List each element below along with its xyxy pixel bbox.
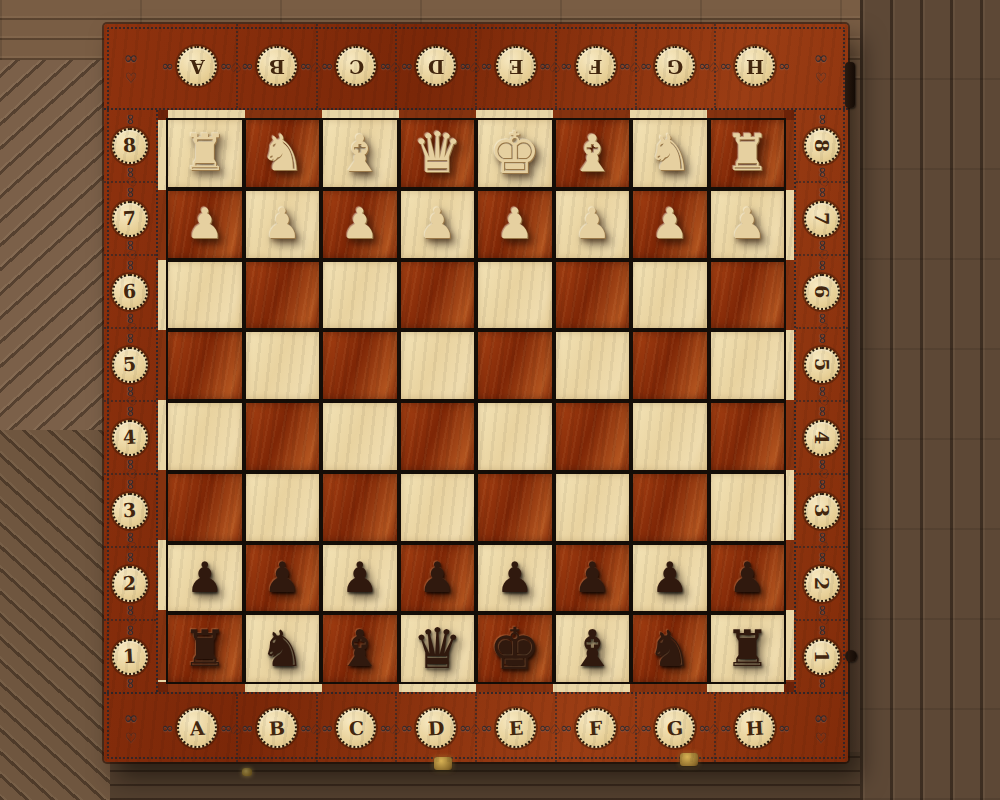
square-g8[interactable]: ♞ (633, 120, 707, 187)
square-e6[interactable] (478, 262, 552, 329)
square-b5[interactable] (246, 332, 320, 399)
square-f7[interactable]: ♟ (556, 191, 630, 258)
piece-black-pawn[interactable]: ♟ (418, 557, 456, 599)
rank-right-label: 1 (812, 650, 831, 663)
piece-black-pawn[interactable]: ♟ (728, 557, 766, 599)
rank-right-label-cell-2: ∞2∞♡ (796, 546, 848, 619)
wire-heart-ornament: ♡ (815, 731, 828, 745)
square-e7[interactable]: ♟ (478, 191, 552, 258)
corner-ornament-top-right: ∞♡ (794, 24, 848, 110)
rank-right-label: 7 (812, 212, 831, 225)
wire-heart-ornament: ♡ (124, 249, 137, 261)
file-top-label-cell-d: ∞D∞♡ (395, 24, 475, 108)
piece-white-pawn[interactable]: ♟ (573, 203, 611, 245)
square-h3[interactable] (711, 474, 785, 541)
square-a1[interactable]: ♜ (168, 615, 242, 682)
rank-left-label: 3 (123, 501, 137, 521)
rank-left-label: 8 (123, 136, 137, 156)
playing-field: ♜♞♝♛♚♝♞♜♟♟♟♟♟♟♟♟♟♟♟♟♟♟♟♟♜♞♝♛♚♝♞♜ (168, 120, 784, 682)
wire-scroll-ornament: ∞ (123, 478, 138, 491)
wire-heart-ornament: ♡ (310, 60, 322, 73)
square-g4[interactable] (633, 403, 707, 470)
file-bottom-label-cell-a: ∞A∞ (158, 694, 236, 762)
file-top-medallion: H (735, 46, 775, 86)
wire-scroll-ornament: ∞ (241, 721, 254, 736)
file-bottom-label: H (746, 718, 765, 738)
square-d7[interactable]: ♟ (401, 191, 475, 258)
square-c7[interactable]: ♟ (323, 191, 397, 258)
piece-white-pawn[interactable]: ♟ (186, 203, 224, 245)
field-gutter-right (784, 120, 794, 682)
square-h1[interactable]: ♜ (711, 615, 785, 682)
wire-scroll-ornament: ∞ (124, 49, 139, 67)
rank-left-medallion: 7 (112, 201, 148, 237)
rank-left-label: 6 (123, 282, 137, 302)
wire-heart-ornament: ♡ (124, 541, 137, 553)
file-top-medallion: E (496, 46, 536, 86)
rank-left-label-cell-3: ∞3∞♡ (104, 473, 156, 546)
square-d3[interactable] (401, 474, 475, 541)
piece-white-knight[interactable]: ♞ (647, 128, 692, 178)
hinge (845, 62, 855, 108)
square-e8[interactable]: ♚ (478, 120, 552, 187)
file-top-label-cell-f: ∞F∞♡ (555, 24, 635, 108)
piece-white-pawn[interactable]: ♟ (651, 203, 689, 245)
file-top-label: D (428, 57, 444, 76)
square-d5[interactable] (401, 332, 475, 399)
wire-scroll-ornament: ∞ (161, 721, 174, 736)
file-top-label: G (667, 57, 683, 76)
file-top-label: E (509, 57, 523, 76)
wire-heart-ornament: ♡ (124, 468, 137, 480)
piece-black-rook[interactable]: ♜ (182, 624, 227, 674)
wire-heart-ornament: ♡ (124, 322, 137, 334)
wire-scroll-ornament: ∞ (815, 624, 830, 637)
wire-scroll-ornament: ∞ (815, 113, 830, 126)
piece-white-rook[interactable]: ♜ (725, 128, 770, 178)
square-c1[interactable]: ♝ (323, 615, 397, 682)
wire-scroll-ornament: ∞ (815, 551, 830, 564)
piece-black-king[interactable]: ♚ (489, 620, 541, 678)
rank-left-label: 4 (123, 428, 137, 448)
square-c5[interactable] (323, 332, 397, 399)
wire-heart-ornament: ♡ (124, 395, 137, 407)
piece-black-pawn[interactable]: ♟ (496, 557, 534, 599)
rank-right-medallion: 7 (804, 201, 840, 237)
rank-left-label-cell-8: ∞8∞ (104, 110, 156, 181)
file-bottom-label: G (667, 718, 684, 738)
file-top-label: A (190, 57, 205, 76)
wire-heart-ornament: ♡ (816, 176, 829, 188)
file-top-medallion: A (177, 46, 217, 86)
rank-left-label: 7 (123, 209, 137, 229)
file-bottom-label: D (427, 718, 444, 738)
square-e2[interactable]: ♟ (478, 545, 552, 612)
field-gutter-left (158, 120, 168, 682)
brass-clasp (680, 753, 698, 766)
rank-right-label: 3 (812, 504, 831, 517)
square-a5[interactable] (168, 332, 242, 399)
square-b4[interactable] (246, 403, 320, 470)
square-c2[interactable]: ♟ (323, 545, 397, 612)
wire-scroll-ornament: ∞ (123, 677, 138, 690)
wire-scroll-ornament: ∞ (814, 709, 829, 727)
square-g2[interactable]: ♟ (633, 545, 707, 612)
wire-heart-ornament: ♡ (469, 60, 481, 73)
piece-black-pawn[interactable]: ♟ (573, 557, 611, 599)
wire-heart-ornament: ♡ (124, 176, 137, 188)
piece-white-pawn[interactable]: ♟ (418, 203, 456, 245)
rank-right-label-cell-1: ∞1∞♡ (796, 619, 848, 692)
wire-heart-ornament: ♡ (230, 60, 242, 73)
wire-heart-ornament: ♡ (310, 722, 322, 735)
corner-ornament-bottom-right: ∞♡ (794, 692, 848, 762)
corner-ornament-bottom-left: ∞♡ (104, 692, 158, 762)
file-top-label-cell-a: ∞A∞ (158, 24, 236, 108)
file-top-medallion: G (655, 46, 695, 86)
square-g1[interactable]: ♞ (633, 615, 707, 682)
wire-heart-ornament: ♡ (629, 722, 641, 735)
wire-scroll-ornament: ∞ (123, 551, 138, 564)
piece-black-pawn[interactable]: ♟ (263, 557, 301, 599)
square-f1[interactable]: ♝ (556, 615, 630, 682)
square-h5[interactable] (711, 332, 785, 399)
file-bottom-label: C (348, 718, 364, 738)
wire-heart-ornament: ♡ (549, 722, 561, 735)
piece-black-bishop[interactable]: ♝ (337, 623, 383, 674)
square-h4[interactable] (711, 403, 785, 470)
piece-white-pawn[interactable]: ♟ (496, 203, 534, 245)
file-top-label: H (746, 57, 764, 76)
wire-scroll-ornament: ∞ (321, 59, 334, 74)
file-bottom-label-cell-g: ∞G∞♡ (635, 694, 715, 762)
file-top-medallion: D (416, 46, 456, 86)
wire-scroll-ornament: ∞ (640, 59, 653, 74)
square-e3[interactable] (478, 474, 552, 541)
rank-right-label: 4 (812, 431, 831, 444)
wire-scroll-ornament: ∞ (560, 59, 573, 74)
rank-right-medallion: 5 (804, 347, 840, 383)
piece-white-bishop[interactable]: ♝ (569, 128, 615, 179)
file-top-label: B (269, 57, 285, 76)
wire-scroll-ornament: ∞ (123, 186, 138, 199)
wire-heart-ornament: ♡ (230, 722, 242, 735)
wire-scroll-ornament: ∞ (815, 332, 830, 345)
wire-heart-ornament: ♡ (816, 322, 829, 334)
piece-black-queen[interactable]: ♛ (412, 621, 462, 677)
file-bottom-medallion: A (177, 708, 217, 748)
rank-left-medallion: 4 (112, 420, 148, 456)
square-c6[interactable] (323, 262, 397, 329)
square-g3[interactable] (633, 474, 707, 541)
wire-scroll-ornament: ∞ (241, 59, 254, 74)
file-bottom-label: E (508, 718, 523, 738)
file-top-label-cell-g: ∞G∞♡ (635, 24, 715, 108)
square-c4[interactable] (323, 403, 397, 470)
wire-heart-ornament: ♡ (816, 541, 829, 553)
rank-right-medallion: 4 (804, 420, 840, 456)
rank-right-medallion: 1 (804, 639, 840, 675)
file-top-medallion: F (576, 46, 616, 86)
square-f3[interactable] (556, 474, 630, 541)
rank-left-label: 1 (123, 647, 137, 667)
wire-scroll-ornament: ∞ (161, 59, 174, 74)
square-c3[interactable] (323, 474, 397, 541)
rank-left-label-cell-7: ∞7∞♡ (104, 181, 156, 254)
wire-scroll-ornament: ∞ (123, 332, 138, 345)
wire-heart-ornament: ♡ (125, 71, 138, 85)
file-bottom-label: B (268, 718, 285, 738)
wire-scroll-ornament: ∞ (778, 59, 791, 74)
wire-scroll-ornament: ∞ (720, 59, 733, 74)
file-bottom-label-cell-e: ∞E∞♡ (475, 694, 555, 762)
file-bottom-label-cell-b: ∞B∞♡ (236, 694, 316, 762)
square-c8[interactable]: ♝ (323, 120, 397, 187)
wire-scroll-ornament: ∞ (814, 49, 829, 67)
file-top-label-cell-b: ∞B∞♡ (236, 24, 316, 108)
square-a8[interactable]: ♜ (168, 120, 242, 187)
square-g5[interactable] (633, 332, 707, 399)
square-b3[interactable] (246, 474, 320, 541)
wire-scroll-ornament: ∞ (123, 259, 138, 272)
piece-black-knight[interactable]: ♞ (647, 624, 692, 674)
wire-scroll-ornament: ∞ (815, 186, 830, 199)
corner-ornament-top-left: ∞♡ (104, 24, 158, 110)
square-d6[interactable] (401, 262, 475, 329)
piece-black-pawn[interactable]: ♟ (651, 557, 689, 599)
file-top-label-cell-c: ∞C∞♡ (316, 24, 396, 108)
rank-right-label: 5 (812, 358, 831, 371)
piece-white-knight[interactable]: ♞ (260, 128, 305, 178)
square-b1[interactable]: ♞ (246, 615, 320, 682)
wire-scroll-ornament: ∞ (124, 709, 139, 727)
file-bottom-medallion: G (655, 708, 695, 748)
square-f4[interactable] (556, 403, 630, 470)
rank-right-label: 2 (812, 577, 831, 590)
wire-scroll-ornament: ∞ (480, 59, 493, 74)
hinge-knob (845, 650, 857, 662)
square-h7[interactable]: ♟ (711, 191, 785, 258)
square-h2[interactable]: ♟ (711, 545, 785, 612)
playing-field-wrap: ♜♞♝♛♚♝♞♜♟♟♟♟♟♟♟♟♟♟♟♟♟♟♟♟♜♞♝♛♚♝♞♜ (158, 110, 794, 692)
file-bottom-medallion: F (576, 708, 616, 748)
wire-scroll-ornament: ∞ (401, 721, 414, 736)
piece-white-queen[interactable]: ♛ (412, 125, 462, 181)
rank-right-label-cell-6: ∞6∞♡ (796, 254, 848, 327)
rank-right-label: 6 (812, 285, 831, 298)
file-bottom-medallion: B (257, 708, 297, 748)
rank-left-label-cell-4: ∞4∞♡ (104, 400, 156, 473)
square-a3[interactable] (168, 474, 242, 541)
piece-black-knight[interactable]: ♞ (260, 624, 305, 674)
wire-scroll-ornament: ∞ (321, 721, 334, 736)
square-g7[interactable]: ♟ (633, 191, 707, 258)
wire-heart-ornament: ♡ (816, 249, 829, 261)
wire-heart-ornament: ♡ (389, 60, 401, 73)
rank-left-medallion: 3 (112, 493, 148, 529)
file-bottom-label-cell-f: ∞F∞♡ (555, 694, 635, 762)
square-f6[interactable] (556, 262, 630, 329)
piece-black-rook[interactable]: ♜ (725, 624, 770, 674)
square-a6[interactable] (168, 262, 242, 329)
wire-heart-ornament: ♡ (816, 395, 829, 407)
file-top-label-cell-h: ∞H∞♡ (714, 24, 794, 108)
square-b6[interactable] (246, 262, 320, 329)
file-bottom-medallion: E (496, 708, 536, 748)
square-e1[interactable]: ♚ (478, 615, 552, 682)
square-f5[interactable] (556, 332, 630, 399)
rank-right-label-cell-3: ∞3∞♡ (796, 473, 848, 546)
file-bottom-medallion: H (735, 708, 775, 748)
wire-scroll-ornament: ∞ (480, 721, 493, 736)
field-gutter-top (168, 110, 784, 120)
file-bottom-label-cell-h: ∞H∞♡ (714, 694, 794, 762)
rank-right-medallion: 3 (804, 493, 840, 529)
file-top-medallion: B (257, 46, 297, 86)
piece-black-pawn[interactable]: ♟ (186, 557, 224, 599)
square-a4[interactable] (168, 403, 242, 470)
wire-scroll-ornament: ∞ (123, 405, 138, 418)
square-b8[interactable]: ♞ (246, 120, 320, 187)
gold-fleck (242, 768, 252, 776)
rank-right-label-cell-7: ∞7∞♡ (796, 181, 848, 254)
wire-heart-ornament: ♡ (629, 60, 641, 73)
frame-band-bottom-files: ∞A∞∞B∞♡∞C∞♡∞D∞♡∞E∞♡∞F∞♡∞G∞♡∞H∞♡ (104, 692, 848, 762)
square-e5[interactable] (478, 332, 552, 399)
rank-right-label-cell-8: ∞8∞ (796, 110, 848, 181)
piece-white-king[interactable]: ♚ (489, 124, 541, 182)
file-top-label-cell-e: ∞E∞♡ (475, 24, 555, 108)
square-d4[interactable] (401, 403, 475, 470)
wire-scroll-ornament: ∞ (401, 59, 414, 74)
file-bottom-label: A (189, 718, 205, 738)
rank-right-label-cell-4: ∞4∞♡ (796, 400, 848, 473)
rank-left-medallion: 1 (112, 639, 148, 675)
field-gutter-bottom (168, 682, 784, 692)
piece-white-pawn[interactable]: ♟ (728, 203, 766, 245)
wire-scroll-ornament: ∞ (640, 721, 653, 736)
wire-scroll-ornament: ∞ (123, 624, 138, 637)
rank-left-medallion: 6 (112, 274, 148, 310)
wire-scroll-ornament: ∞ (560, 721, 573, 736)
square-d2[interactable]: ♟ (401, 545, 475, 612)
frame-band-left-ranks: ∞8∞∞7∞♡∞6∞♡∞5∞♡∞4∞♡∞3∞♡∞2∞♡∞1∞♡ (104, 110, 158, 692)
wire-scroll-ornament: ∞ (123, 113, 138, 126)
rank-right-medallion: 8 (804, 128, 840, 164)
wire-heart-ornament: ♡ (816, 614, 829, 626)
chess-board: ∞A∞∞B∞♡∞C∞♡∞D∞♡∞E∞♡∞F∞♡∞G∞♡∞H∞♡ ∞A∞∞B∞♡∞… (104, 24, 848, 762)
square-h6[interactable] (711, 262, 785, 329)
wire-heart-ornament: ♡ (708, 60, 720, 73)
rank-left-medallion: 8 (112, 128, 148, 164)
square-b7[interactable]: ♟ (246, 191, 320, 258)
square-e4[interactable] (478, 403, 552, 470)
wire-heart-ornament: ♡ (708, 722, 720, 735)
rank-right-label-cell-5: ∞5∞♡ (796, 327, 848, 400)
rank-right-label: 8 (812, 139, 831, 152)
rank-left-label-cell-2: ∞2∞♡ (104, 546, 156, 619)
file-top-label: C (349, 57, 364, 76)
piece-white-pawn[interactable]: ♟ (341, 203, 379, 245)
wire-scroll-ornament: ∞ (778, 721, 791, 736)
rank-left-medallion: 5 (112, 347, 148, 383)
rank-right-medallion: 6 (804, 274, 840, 310)
rank-right-medallion: 2 (804, 566, 840, 602)
square-d8[interactable]: ♛ (401, 120, 475, 187)
wire-heart-ornament: ♡ (125, 731, 138, 745)
file-bottom-medallion: C (336, 708, 376, 748)
piece-white-rook[interactable]: ♜ (182, 128, 227, 178)
wood-plank-patch-right (860, 0, 1000, 800)
wire-scroll-ornament: ∞ (720, 721, 733, 736)
piece-white-pawn[interactable]: ♟ (263, 203, 301, 245)
file-top-label: F (589, 57, 603, 76)
file-bottom-label: F (588, 718, 602, 738)
wire-heart-ornament: ♡ (389, 722, 401, 735)
frame-band-right-ranks: ∞8∞∞7∞♡∞6∞♡∞5∞♡∞4∞♡∞3∞♡∞2∞♡∞1∞♡ (794, 110, 848, 692)
square-h8[interactable]: ♜ (711, 120, 785, 187)
brass-clasp (434, 757, 452, 770)
square-a7[interactable]: ♟ (168, 191, 242, 258)
file-bottom-medallion: D (416, 708, 456, 748)
wire-heart-ornament: ♡ (124, 614, 137, 626)
rank-left-label-cell-6: ∞6∞♡ (104, 254, 156, 327)
rank-left-medallion: 2 (112, 566, 148, 602)
wire-heart-ornament: ♡ (816, 468, 829, 480)
rank-left-label: 5 (123, 355, 137, 375)
rank-left-label-cell-5: ∞5∞♡ (104, 327, 156, 400)
wire-scroll-ornament: ∞ (815, 478, 830, 491)
wire-scroll-ornament: ∞ (815, 677, 830, 690)
square-f8[interactable]: ♝ (556, 120, 630, 187)
file-bottom-label-cell-c: ∞C∞♡ (316, 694, 396, 762)
rank-left-label: 2 (123, 574, 137, 594)
square-g6[interactable] (633, 262, 707, 329)
file-top-medallion: C (336, 46, 376, 86)
wire-heart-ornament: ♡ (549, 60, 561, 73)
square-d1[interactable]: ♛ (401, 615, 475, 682)
wire-scroll-ornament: ∞ (815, 405, 830, 418)
wire-scroll-ornament: ∞ (815, 259, 830, 272)
piece-black-pawn[interactable]: ♟ (341, 557, 379, 599)
square-a2[interactable]: ♟ (168, 545, 242, 612)
piece-white-bishop[interactable]: ♝ (337, 128, 383, 179)
square-b2[interactable]: ♟ (246, 545, 320, 612)
wire-heart-ornament: ♡ (469, 722, 481, 735)
wire-heart-ornament: ♡ (815, 71, 828, 85)
frame-band-top-files: ∞A∞∞B∞♡∞C∞♡∞D∞♡∞E∞♡∞F∞♡∞G∞♡∞H∞♡ (104, 24, 848, 110)
square-f2[interactable]: ♟ (556, 545, 630, 612)
file-bottom-label-cell-d: ∞D∞♡ (395, 694, 475, 762)
piece-black-bishop[interactable]: ♝ (569, 623, 615, 674)
rank-left-label-cell-1: ∞1∞♡ (104, 619, 156, 692)
